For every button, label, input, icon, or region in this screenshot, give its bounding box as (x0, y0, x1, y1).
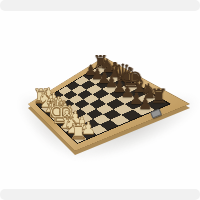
chess-set-product-photo: ♜♞♟♝♟♛♟♚♟♝♟♞♟♟♟♜♜♟♞♟♟♝♟♛♟♚♟♝♟♞♟♜ (0, 0, 200, 200)
top-rounded-bar (0, 0, 200, 11)
bottom-rounded-bar (0, 189, 200, 200)
board-grid (36, 64, 172, 144)
chess-board (28, 57, 190, 151)
